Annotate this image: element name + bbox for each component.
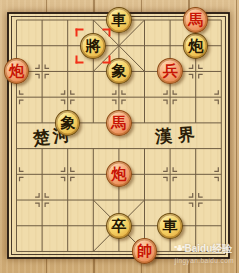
black-chariot[interactable]: 車 (106, 7, 132, 33)
red-soldier[interactable]: 兵 (157, 58, 183, 84)
black-general[interactable]: 將 (80, 33, 106, 59)
black-soldier-cell: 卒 (106, 213, 132, 239)
red-cannon-cell: 炮 (4, 59, 30, 85)
black-chariot-cell: 車 (106, 7, 132, 33)
black-elephant-cell: 象 (55, 110, 81, 136)
red-cannon[interactable]: 炮 (4, 58, 30, 84)
black-cannon[interactable]: 炮 (183, 33, 209, 59)
black-soldier[interactable]: 卒 (106, 213, 132, 239)
black-chariot[interactable]: 車 (157, 213, 183, 239)
black-general-cell: 將 (80, 33, 106, 59)
red-horse[interactable]: 馬 (106, 110, 132, 136)
watermark-text: Baidu经验 (185, 242, 233, 256)
watermark-url: jingyan.baidu.com (175, 257, 234, 264)
red-horse[interactable]: 馬 (183, 7, 209, 33)
red-general-cell: 帥 (132, 239, 158, 265)
black-chariot-cell: 車 (157, 213, 183, 239)
red-horse-cell: 馬 (183, 7, 209, 33)
black-cannon-cell: 炮 (183, 33, 209, 59)
pieces-layer: 車將炮象象卒車馬炮兵馬炮帥 (4, 7, 234, 264)
baidu-paw-icon (177, 247, 182, 251)
black-elephant[interactable]: 象 (106, 58, 132, 84)
xiangqi-game-screen: 楚河 漢界 車將炮象象卒車馬炮兵馬炮帥 Baidu经验 jingyan.baid… (0, 0, 239, 273)
black-elephant[interactable]: 象 (55, 110, 81, 136)
red-cannon[interactable]: 炮 (106, 161, 132, 187)
black-elephant-cell: 象 (106, 59, 132, 85)
red-general[interactable]: 帥 (132, 238, 158, 264)
baidu-watermark: Baidu经验 jingyan.baidu.com (175, 242, 234, 264)
watermark-title: Baidu经验 (175, 242, 234, 256)
red-soldier-cell: 兵 (157, 59, 183, 85)
red-horse-cell: 馬 (106, 110, 132, 136)
red-cannon-cell: 炮 (106, 161, 132, 187)
